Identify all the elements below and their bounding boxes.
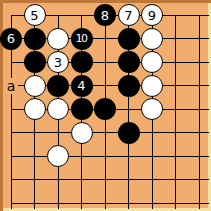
black-stone xyxy=(118,51,140,73)
white-stone xyxy=(141,28,163,50)
intersection-r2-c2 xyxy=(23,27,47,51)
intersection-r8-c4 xyxy=(70,168,94,192)
intersection-r3-c9 xyxy=(187,50,211,74)
intersection-r2-c7 xyxy=(140,27,164,51)
intersection-r1-c2: 5 xyxy=(23,3,47,27)
intersection-r7-c9 xyxy=(187,144,211,168)
intersection-r8-c3 xyxy=(46,168,70,192)
black-stone xyxy=(71,51,93,73)
white-stone xyxy=(47,98,69,120)
intersection-r6-c1 xyxy=(0,121,23,145)
intersection-r6-c6 xyxy=(117,121,141,145)
intersection-r2-c3 xyxy=(46,27,70,51)
white-stone: 3 xyxy=(47,51,69,73)
intersection-r2-c6 xyxy=(117,27,141,51)
intersection-r3-c2 xyxy=(23,50,47,74)
intersection-r5-c3 xyxy=(46,97,70,121)
go-board-diagram: 58796103a4 xyxy=(0,0,211,211)
intersection-r8-c1 xyxy=(0,168,23,192)
white-stone xyxy=(47,145,69,167)
white-stone: 7 xyxy=(118,4,140,26)
intersection-r1-c8 xyxy=(164,3,188,27)
intersection-r8-c8 xyxy=(164,168,188,192)
intersection-r2-c9 xyxy=(187,27,211,51)
intersection-r2-c8 xyxy=(164,27,188,51)
intersection-r4-c7 xyxy=(140,74,164,98)
intersection-r4-c2 xyxy=(23,74,47,98)
black-stone: 10 xyxy=(71,28,93,50)
intersection-r3-c4 xyxy=(70,50,94,74)
black-stone: 6 xyxy=(0,28,22,50)
intersection-r1-c3 xyxy=(46,3,70,27)
intersection-r9-c3 xyxy=(46,191,70,211)
intersection-r5-c4 xyxy=(70,97,94,121)
intersection-r5-c5 xyxy=(93,97,117,121)
intersection-r4-c3 xyxy=(46,74,70,98)
intersection-r7-c4 xyxy=(70,144,94,168)
intersection-r7-c3 xyxy=(46,144,70,168)
white-stone xyxy=(141,75,163,97)
intersection-r6-c8 xyxy=(164,121,188,145)
intersection-r4-c1: a xyxy=(0,74,23,98)
intersection-r7-c2 xyxy=(23,144,47,168)
move-number-label: 4 xyxy=(77,79,85,92)
move-number-label: 5 xyxy=(30,8,38,21)
intersection-r7-c8 xyxy=(164,144,188,168)
intersection-r9-c8 xyxy=(164,191,188,211)
move-number-label: 8 xyxy=(101,8,109,21)
intersection-r5-c6 xyxy=(117,97,141,121)
point-label-a: a xyxy=(4,78,19,94)
intersection-r5-c7 xyxy=(140,97,164,121)
intersection-r6-c5 xyxy=(93,121,117,145)
intersection-r1-c1 xyxy=(0,3,23,27)
move-number-label: 9 xyxy=(148,8,156,21)
intersection-r2-c1: 6 xyxy=(0,27,23,51)
intersection-r1-c6: 7 xyxy=(117,3,141,27)
intersection-r1-c4 xyxy=(70,3,94,27)
black-stone xyxy=(24,51,46,73)
intersection-r4-c8 xyxy=(164,74,188,98)
white-stone xyxy=(24,98,46,120)
black-stone xyxy=(47,75,69,97)
intersection-r4-c4: 4 xyxy=(70,74,94,98)
intersection-r7-c7 xyxy=(140,144,164,168)
black-stone: 4 xyxy=(71,75,93,97)
intersection-r7-c6 xyxy=(117,144,141,168)
white-stone: 5 xyxy=(24,4,46,26)
intersection-r1-c9 xyxy=(187,3,211,27)
black-stone xyxy=(118,28,140,50)
intersection-r5-c8 xyxy=(164,97,188,121)
intersection-r5-c9 xyxy=(187,97,211,121)
intersection-r4-c9 xyxy=(187,74,211,98)
intersection-r7-c5 xyxy=(93,144,117,168)
white-stone xyxy=(141,98,163,120)
intersection-r3-c3: 3 xyxy=(46,50,70,74)
intersection-r6-c4 xyxy=(70,121,94,145)
black-stone: 8 xyxy=(94,4,116,26)
intersection-r6-c7 xyxy=(140,121,164,145)
intersection-r7-c1 xyxy=(0,144,23,168)
white-stone xyxy=(47,28,69,50)
intersection-r3-c1 xyxy=(0,50,23,74)
intersection-r2-c5 xyxy=(93,27,117,51)
intersection-r9-c5 xyxy=(93,191,117,211)
intersection-r6-c3 xyxy=(46,121,70,145)
intersection-r5-c1 xyxy=(0,97,23,121)
intersection-r4-c6 xyxy=(117,74,141,98)
intersection-r1-c5: 8 xyxy=(93,3,117,27)
intersection-r3-c8 xyxy=(164,50,188,74)
move-number-label: 7 xyxy=(124,8,132,21)
black-stone xyxy=(118,75,140,97)
intersection-r9-c1 xyxy=(0,191,23,211)
intersection-r1-c7: 9 xyxy=(140,3,164,27)
white-stone xyxy=(141,51,163,73)
intersection-r5-c2 xyxy=(23,97,47,121)
black-stone xyxy=(71,98,93,120)
intersection-r9-c2 xyxy=(23,191,47,211)
intersection-r9-c6 xyxy=(117,191,141,211)
intersection-r4-c5 xyxy=(93,74,117,98)
black-stone xyxy=(94,98,116,120)
white-stone xyxy=(71,122,93,144)
intersection-r3-c7 xyxy=(140,50,164,74)
intersection-r9-c9 xyxy=(187,191,211,211)
intersection-r9-c7 xyxy=(140,191,164,211)
white-stone: 9 xyxy=(141,4,163,26)
move-number-label: 10 xyxy=(76,33,87,44)
intersection-r2-c4: 10 xyxy=(70,27,94,51)
move-number-label: 6 xyxy=(7,32,15,45)
intersection-r8-c5 xyxy=(93,168,117,192)
move-number-label: 3 xyxy=(54,55,62,68)
board-intersections: 58796103a4 xyxy=(0,3,211,211)
intersection-r8-c2 xyxy=(23,168,47,192)
intersection-r8-c9 xyxy=(187,168,211,192)
intersection-r8-c6 xyxy=(117,168,141,192)
intersection-r9-c4 xyxy=(70,191,94,211)
intersection-r8-c7 xyxy=(140,168,164,192)
intersection-r3-c6 xyxy=(117,50,141,74)
white-stone xyxy=(24,75,46,97)
black-stone xyxy=(24,28,46,50)
intersection-r6-c2 xyxy=(23,121,47,145)
intersection-r3-c5 xyxy=(93,50,117,74)
black-stone xyxy=(118,122,140,144)
intersection-r6-c9 xyxy=(187,121,211,145)
